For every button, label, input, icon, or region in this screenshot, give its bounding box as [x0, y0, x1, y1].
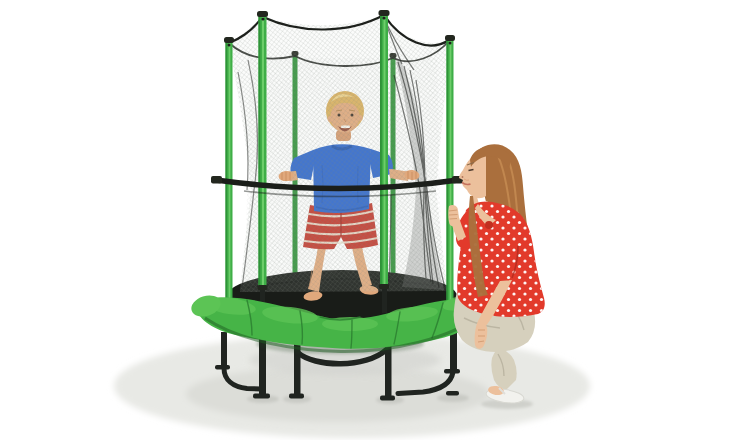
woman-eye: [469, 170, 474, 171]
net-pole-front-left: [257, 11, 268, 314]
blouse-knot: [485, 221, 493, 229]
net-pole-outer-right: [445, 35, 455, 309]
photo-canvas: [0, 0, 750, 440]
woman-hand-on-pole: [448, 205, 458, 226]
studio-photo: [0, 0, 750, 440]
net-pole-front-right: [379, 10, 390, 313]
